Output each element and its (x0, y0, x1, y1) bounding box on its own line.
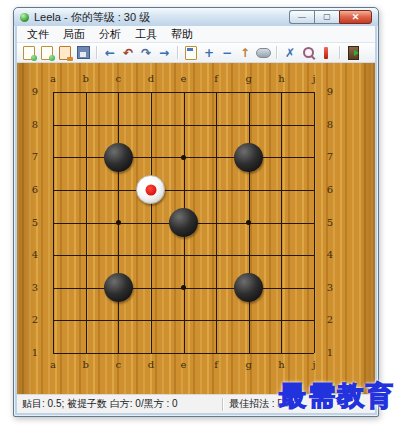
grid-line-horizontal (53, 320, 314, 321)
menu-bar: 文件局面分析工具帮助 (17, 26, 375, 43)
exit-icon[interactable] (345, 45, 361, 61)
coord-bottom-c: c (110, 359, 126, 371)
coord-left-1: 1 (27, 347, 43, 359)
analyze-icon-glyph (303, 47, 314, 58)
coord-bottom-f: f (208, 359, 224, 371)
star-point-e7 (181, 155, 186, 160)
coord-top-a: a (45, 73, 61, 85)
coord-left-6: 6 (27, 184, 43, 196)
leela-app-icon (20, 13, 29, 22)
coord-bottom-j: j (306, 359, 322, 371)
coord-bottom-a: a (45, 359, 61, 371)
grid-line-horizontal (53, 353, 314, 354)
new-game-icon[interactable] (21, 45, 37, 61)
last-move-marker (145, 184, 156, 195)
new-game-icon-glyph (23, 46, 35, 60)
forward-arrow-icon-glyph: → (159, 46, 169, 60)
grid-line-vertical (216, 92, 217, 353)
star-point-e3 (181, 285, 186, 290)
toolbar-separator (276, 46, 277, 59)
coord-right-3: 3 (322, 282, 338, 294)
black-stone-g7 (234, 143, 263, 172)
analyze-icon[interactable] (300, 45, 316, 61)
menu-item-0[interactable]: 文件 (20, 26, 56, 43)
toolbar: ←↶↷→+−↑✗ (17, 43, 375, 63)
coord-right-2: 2 (322, 314, 338, 326)
black-stone-g3 (234, 273, 263, 302)
board-grid[interactable] (53, 92, 314, 353)
toolbar-separator (177, 46, 178, 59)
toolbar-separator (339, 46, 340, 59)
save-file-icon-glyph (77, 46, 90, 59)
open-file-icon[interactable] (57, 45, 73, 61)
score-estimate-icon[interactable]: ✗ (282, 45, 298, 61)
coord-left-9: 9 (27, 86, 43, 98)
coord-top-c: c (110, 73, 126, 85)
title-bar[interactable]: Leela - 你的等级 : 30 级 — ▢ ✕ (14, 8, 378, 26)
watermark-text: 最需教育 (279, 381, 395, 411)
grid-line-vertical (281, 92, 282, 353)
redo-icon-glyph: ↷ (141, 46, 151, 60)
undo-icon-glyph: ↶ (123, 46, 133, 60)
coord-right-9: 9 (322, 86, 338, 98)
coord-bottom-g: g (241, 359, 257, 371)
menu-item-1[interactable]: 局面 (56, 26, 92, 43)
score-sheet-icon-glyph (185, 46, 197, 60)
star-point-g5 (246, 220, 251, 225)
coord-top-j: j (306, 73, 322, 85)
resign-icon-glyph (324, 47, 328, 59)
grid-line-vertical (314, 92, 315, 353)
forward-arrow-icon[interactable]: → (156, 45, 172, 61)
coord-left-5: 5 (27, 217, 43, 229)
coord-left-2: 2 (27, 314, 43, 326)
score-sheet-icon[interactable] (183, 45, 199, 61)
white-stone-d6 (136, 175, 165, 204)
menu-item-4[interactable]: 帮助 (164, 26, 200, 43)
new-window-icon-glyph (41, 46, 53, 60)
grid-line-horizontal (53, 255, 314, 256)
minimize-button[interactable]: — (289, 10, 314, 24)
redo-icon[interactable]: ↷ (138, 45, 154, 61)
leela-window: Leela - 你的等级 : 30 级 — ▢ ✕ 文件局面分析工具帮助 ←↶↷… (13, 7, 379, 417)
coord-left-8: 8 (27, 119, 43, 131)
coord-bottom-d: d (143, 359, 159, 371)
coord-right-6: 6 (322, 184, 338, 196)
status-komi-captures: 贴目: 0.5; 被提子数 白方: 0/黑方 : 0 (17, 397, 222, 411)
coord-right-1: 1 (322, 347, 338, 359)
score-estimate-icon-glyph: ✗ (285, 46, 295, 60)
client-area: 文件局面分析工具帮助 ←↶↷→+−↑✗ aabbccddeeffgghhjj99… (17, 26, 375, 413)
window-controls: — ▢ ✕ (289, 10, 372, 24)
coord-bottom-h: h (273, 359, 289, 371)
coord-left-3: 3 (27, 282, 43, 294)
decrease-icon[interactable]: − (219, 45, 235, 61)
close-button[interactable]: ✕ (339, 10, 372, 24)
coord-left-4: 4 (27, 249, 43, 261)
new-window-icon[interactable] (39, 45, 55, 61)
coord-left-7: 7 (27, 151, 43, 163)
toolbar-separator (96, 46, 97, 59)
black-stone-e5 (169, 208, 198, 237)
coord-top-g: g (241, 73, 257, 85)
menu-item-3[interactable]: 工具 (128, 26, 164, 43)
coord-top-d: d (143, 73, 159, 85)
pass-icon[interactable]: ↑ (237, 45, 253, 61)
open-file-icon-glyph (59, 46, 71, 60)
back-arrow-icon-glyph: ← (105, 46, 115, 60)
star-point-c5 (116, 220, 121, 225)
coord-right-5: 5 (322, 217, 338, 229)
pass-icon-glyph: ↑ (240, 46, 250, 60)
exit-icon-glyph (348, 46, 359, 60)
coord-top-b: b (78, 73, 94, 85)
menu-item-2[interactable]: 分析 (92, 26, 128, 43)
increase-icon[interactable]: + (201, 45, 217, 61)
coord-top-h: h (273, 73, 289, 85)
decrease-icon-glyph: − (222, 46, 232, 60)
black-stone-c3 (104, 273, 133, 302)
save-file-icon[interactable] (75, 45, 91, 61)
increase-icon-glyph: + (204, 46, 214, 60)
hint-icon[interactable] (255, 45, 271, 61)
black-stone-c7 (104, 143, 133, 172)
coord-right-7: 7 (322, 151, 338, 163)
hint-icon-glyph (256, 48, 271, 58)
coord-bottom-b: b (78, 359, 94, 371)
maximize-button[interactable]: ▢ (314, 10, 339, 24)
undo-icon[interactable]: ↶ (120, 45, 136, 61)
coord-bottom-e: e (176, 359, 192, 371)
back-arrow-icon[interactable]: ← (102, 45, 118, 61)
coord-top-f: f (208, 73, 224, 85)
go-board[interactable]: aabbccddeeffgghhjj998877665544332211 (17, 63, 375, 394)
resign-icon[interactable] (318, 45, 334, 61)
coord-right-8: 8 (322, 119, 338, 131)
coord-top-e: e (176, 73, 192, 85)
window-title: Leela - 你的等级 : 30 级 (34, 10, 150, 25)
coord-right-4: 4 (322, 249, 338, 261)
